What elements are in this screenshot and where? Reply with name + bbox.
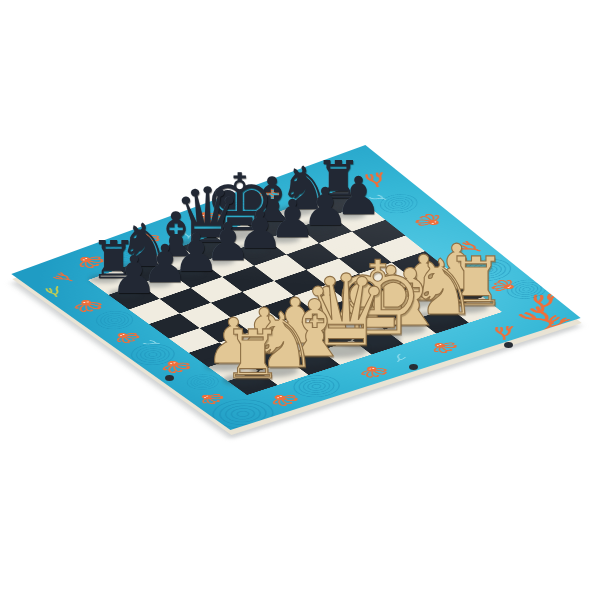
board-foot [504,342,513,348]
piece-white-rook-a1[interactable]: ♜ [219,321,286,388]
board-foot [409,364,418,370]
piece-black-pawn-a7[interactable]: ♟ [108,249,160,301]
chess-scene: ♜♞♝♛♚♝♞♜♟♟♟♟♟♟♟♟♟♟♟♟♟♟♟♟♜♞♝♛♚♝♞♜ [0,0,600,600]
board-foot [165,375,174,381]
